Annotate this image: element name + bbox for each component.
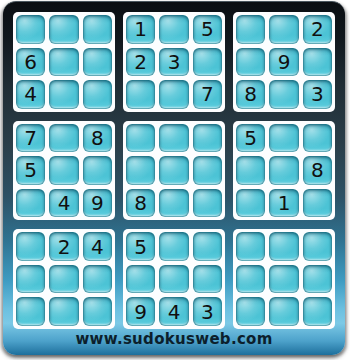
cell-r2c2[interactable]	[49, 48, 78, 77]
cell-r4c2[interactable]	[49, 124, 78, 153]
given-digit: 8	[244, 84, 257, 104]
cell-r7c2: 2	[49, 232, 78, 261]
cell-r5c4[interactable]	[126, 156, 155, 185]
cell-r4c5[interactable]	[159, 124, 188, 153]
cell-r5c5[interactable]	[159, 156, 188, 185]
cell-r8c8[interactable]	[269, 265, 298, 294]
cell-r6c3: 9	[83, 189, 112, 218]
cell-r3c7: 8	[236, 80, 265, 109]
given-digit: 7	[201, 84, 214, 104]
cell-r7c6[interactable]	[193, 232, 222, 261]
cell-r1c2[interactable]	[49, 15, 78, 44]
sudoku-page: 64152372983785498581245943 www.sudokuswe…	[0, 0, 350, 360]
block-8: 5943	[123, 229, 225, 329]
cell-r6c9[interactable]	[303, 189, 332, 218]
cell-r4c6[interactable]	[193, 124, 222, 153]
cell-r5c2[interactable]	[49, 156, 78, 185]
given-digit: 6	[24, 52, 37, 72]
cell-r3c5[interactable]	[159, 80, 188, 109]
cell-r5c8[interactable]	[269, 156, 298, 185]
cell-r4c7: 5	[236, 124, 265, 153]
cell-r9c3[interactable]	[83, 297, 112, 326]
given-digit: 8	[91, 128, 104, 148]
given-digit: 2	[58, 237, 71, 257]
given-digit: 9	[91, 193, 104, 213]
cell-r2c1: 6	[16, 48, 45, 77]
block-4: 78549	[13, 121, 115, 221]
cell-r6c8: 1	[269, 189, 298, 218]
block-5: 8	[123, 121, 225, 221]
given-digit: 3	[168, 52, 181, 72]
given-digit: 9	[134, 302, 147, 322]
cell-r9c2[interactable]	[49, 297, 78, 326]
cell-r1c3[interactable]	[83, 15, 112, 44]
cell-r1c7[interactable]	[236, 15, 265, 44]
cell-r3c9: 3	[303, 80, 332, 109]
given-digit: 2	[311, 19, 324, 39]
cell-r7c5[interactable]	[159, 232, 188, 261]
cell-r8c5[interactable]	[159, 265, 188, 294]
cell-r3c8[interactable]	[269, 80, 298, 109]
cell-r6c5[interactable]	[159, 189, 188, 218]
given-digit: 4	[91, 237, 104, 257]
cell-r7c7[interactable]	[236, 232, 265, 261]
cell-r2c7[interactable]	[236, 48, 265, 77]
cell-r2c5: 3	[159, 48, 188, 77]
cell-r5c3[interactable]	[83, 156, 112, 185]
cell-r7c9[interactable]	[303, 232, 332, 261]
cell-r2c3[interactable]	[83, 48, 112, 77]
cell-r6c1[interactable]	[16, 189, 45, 218]
cell-r2c6[interactable]	[193, 48, 222, 77]
given-digit: 4	[168, 302, 181, 322]
given-digit: 5	[201, 19, 214, 39]
given-digit: 5	[134, 237, 147, 257]
cell-r9c6: 3	[193, 297, 222, 326]
cell-r4c8[interactable]	[269, 124, 298, 153]
sudoku-board: 64152372983785498581245943 www.sudokuswe…	[3, 1, 345, 355]
given-digit: 4	[24, 84, 37, 104]
cell-r8c4[interactable]	[126, 265, 155, 294]
cell-r8c2[interactable]	[49, 265, 78, 294]
cell-r4c9[interactable]	[303, 124, 332, 153]
cell-r9c1[interactable]	[16, 297, 45, 326]
cell-r6c2: 4	[49, 189, 78, 218]
cell-r4c4[interactable]	[126, 124, 155, 153]
cell-r2c8: 9	[269, 48, 298, 77]
cell-r3c1: 4	[16, 80, 45, 109]
cell-r9c8[interactable]	[269, 297, 298, 326]
block-6: 581	[233, 121, 335, 221]
cell-r3c6: 7	[193, 80, 222, 109]
given-digit: 5	[244, 128, 257, 148]
cell-r2c9[interactable]	[303, 48, 332, 77]
cell-r2c4: 2	[126, 48, 155, 77]
given-digit: 4	[58, 193, 71, 213]
cell-r6c4: 8	[126, 189, 155, 218]
cell-r8c1[interactable]	[16, 265, 45, 294]
cell-r8c7[interactable]	[236, 265, 265, 294]
cell-r6c6[interactable]	[193, 189, 222, 218]
cell-r1c1[interactable]	[16, 15, 45, 44]
footer-band: www.sudokusweb.com	[15, 328, 333, 350]
given-digit: 3	[311, 84, 324, 104]
cell-r7c4: 5	[126, 232, 155, 261]
cell-r5c6[interactable]	[193, 156, 222, 185]
cell-r1c8[interactable]	[269, 15, 298, 44]
given-digit: 7	[24, 128, 37, 148]
cell-r1c6: 5	[193, 15, 222, 44]
blocks: 64152372983785498581245943	[13, 12, 335, 329]
given-digit: 3	[201, 302, 214, 322]
given-digit: 1	[134, 19, 147, 39]
cell-r3c3[interactable]	[83, 80, 112, 109]
cell-r4c1: 7	[16, 124, 45, 153]
cell-r6c7[interactable]	[236, 189, 265, 218]
cell-r9c5: 4	[159, 297, 188, 326]
cell-r7c8[interactable]	[269, 232, 298, 261]
cell-r9c7[interactable]	[236, 297, 265, 326]
cell-r3c2[interactable]	[49, 80, 78, 109]
given-digit: 1	[278, 193, 291, 213]
cell-r7c3: 4	[83, 232, 112, 261]
cell-r7c1[interactable]	[16, 232, 45, 261]
cell-r1c9: 2	[303, 15, 332, 44]
cell-r8c3[interactable]	[83, 265, 112, 294]
block-2: 15237	[123, 12, 225, 112]
cell-r5c9: 8	[303, 156, 332, 185]
given-digit: 5	[24, 160, 37, 180]
block-3: 2983	[233, 12, 335, 112]
cell-r3c4[interactable]	[126, 80, 155, 109]
cell-r8c6[interactable]	[193, 265, 222, 294]
cell-r5c1: 5	[16, 156, 45, 185]
cell-r5c7[interactable]	[236, 156, 265, 185]
cell-r1c5[interactable]	[159, 15, 188, 44]
block-1: 64	[13, 12, 115, 112]
block-7: 24	[13, 229, 115, 329]
given-digit: 9	[278, 52, 291, 72]
given-digit: 8	[134, 193, 147, 213]
given-digit: 2	[134, 52, 147, 72]
cell-r9c9[interactable]	[303, 297, 332, 326]
given-digit: 8	[311, 160, 324, 180]
cell-r4c3: 8	[83, 124, 112, 153]
cell-r9c4: 9	[126, 297, 155, 326]
site-link[interactable]: www.sudokusweb.com	[75, 330, 272, 348]
cell-r8c9[interactable]	[303, 265, 332, 294]
block-9	[233, 229, 335, 329]
cell-r1c4: 1	[126, 15, 155, 44]
